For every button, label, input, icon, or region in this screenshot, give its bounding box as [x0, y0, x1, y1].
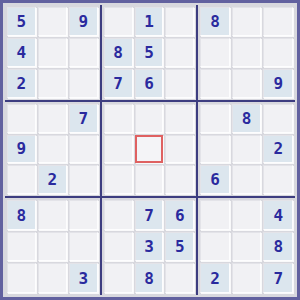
- sudoku-box-8: 76358: [102, 198, 199, 295]
- sudoku-cell-r7c7[interactable]: [200, 200, 230, 230]
- sudoku-cell-r8c9[interactable]: 8: [263, 232, 293, 262]
- sudoku-cell-r4c2[interactable]: [38, 104, 67, 133]
- sudoku-cell-r3c8[interactable]: [232, 69, 262, 98]
- sudoku-cell-r5c4[interactable]: [104, 135, 133, 164]
- sudoku-cell-r5c2[interactable]: [38, 135, 67, 164]
- sudoku-cell-r9c2[interactable]: [38, 263, 67, 293]
- sudoku-cell-r1c4[interactable]: [104, 7, 133, 36]
- sudoku-board: 5942 18576 89 792 826 83 76358 4827: [0, 0, 300, 300]
- sudoku-cell-r6c7[interactable]: 6: [200, 165, 230, 194]
- sudoku-cell-r8c7[interactable]: [200, 232, 230, 262]
- sudoku-cell-r3c5[interactable]: 6: [135, 69, 164, 98]
- sudoku-cell-r6c6[interactable]: [165, 165, 194, 194]
- sudoku-cell-r7c6[interactable]: 6: [165, 200, 194, 230]
- sudoku-box-3: 89: [198, 5, 295, 102]
- sudoku-box-5: [102, 102, 199, 199]
- sudoku-cell-r4c1[interactable]: [7, 104, 36, 133]
- sudoku-cell-r9c5[interactable]: 8: [135, 263, 164, 293]
- sudoku-cell-r8c2[interactable]: [38, 232, 67, 262]
- sudoku-cell-r1c6[interactable]: [165, 7, 194, 36]
- sudoku-cell-r6c5[interactable]: [135, 165, 164, 194]
- sudoku-cell-r8c1[interactable]: [7, 232, 36, 262]
- sudoku-cell-r2c8[interactable]: [232, 38, 262, 67]
- sudoku-cell-r4c7[interactable]: [200, 104, 230, 133]
- sudoku-cell-r5c6[interactable]: [165, 135, 194, 164]
- sudoku-cell-r3c3[interactable]: [69, 69, 98, 98]
- sudoku-cell-r5c7[interactable]: [200, 135, 230, 164]
- sudoku-cell-r6c8[interactable]: [232, 165, 262, 194]
- sudoku-cell-r1c9[interactable]: [263, 7, 293, 36]
- sudoku-cell-r1c5[interactable]: 1: [135, 7, 164, 36]
- sudoku-box-4: 792: [5, 102, 102, 199]
- sudoku-cell-r5c9[interactable]: 2: [263, 135, 293, 164]
- sudoku-cell-r4c5[interactable]: [135, 104, 164, 133]
- sudoku-cell-r7c2[interactable]: [38, 200, 67, 230]
- sudoku-cell-r9c4[interactable]: [104, 263, 133, 293]
- sudoku-box-7: 83: [5, 198, 102, 295]
- sudoku-cell-r2c6[interactable]: [165, 38, 194, 67]
- sudoku-cell-r2c9[interactable]: [263, 38, 293, 67]
- sudoku-cell-r1c7[interactable]: 8: [200, 7, 230, 36]
- sudoku-cell-r4c4[interactable]: [104, 104, 133, 133]
- sudoku-box-1: 5942: [5, 5, 102, 102]
- sudoku-cell-r3c1[interactable]: 2: [7, 69, 36, 98]
- sudoku-cell-r4c9[interactable]: [263, 104, 293, 133]
- sudoku-cell-r7c8[interactable]: [232, 200, 262, 230]
- sudoku-cell-r5c8[interactable]: [232, 135, 262, 164]
- sudoku-cell-r3c7[interactable]: [200, 69, 230, 98]
- sudoku-cell-r2c1[interactable]: 4: [7, 38, 36, 67]
- sudoku-cell-r5c3[interactable]: [69, 135, 98, 164]
- sudoku-box-9: 4827: [198, 198, 295, 295]
- sudoku-cell-r2c2[interactable]: [38, 38, 67, 67]
- sudoku-cell-r4c8[interactable]: 8: [232, 104, 262, 133]
- sudoku-cell-r6c2[interactable]: 2: [38, 165, 67, 194]
- sudoku-cell-r9c3[interactable]: 3: [69, 263, 98, 293]
- sudoku-cell-r5c1[interactable]: 9: [7, 135, 36, 164]
- sudoku-cell-r9c6[interactable]: [165, 263, 194, 293]
- sudoku-cell-r4c6[interactable]: [165, 104, 194, 133]
- sudoku-cell-r7c3[interactable]: [69, 200, 98, 230]
- sudoku-cell-r4c3[interactable]: 7: [69, 104, 98, 133]
- sudoku-cell-r3c4[interactable]: 7: [104, 69, 133, 98]
- sudoku-cell-r3c6[interactable]: [165, 69, 194, 98]
- sudoku-cell-r6c4[interactable]: [104, 165, 133, 194]
- sudoku-cell-r9c9[interactable]: 7: [263, 263, 293, 293]
- sudoku-cell-r1c3[interactable]: 9: [69, 7, 98, 36]
- sudoku-cell-r2c7[interactable]: [200, 38, 230, 67]
- sudoku-cell-r1c1[interactable]: 5: [7, 7, 36, 36]
- sudoku-cell-r3c9[interactable]: 9: [263, 69, 293, 98]
- sudoku-cell-r6c3[interactable]: [69, 165, 98, 194]
- sudoku-cell-r2c5[interactable]: 5: [135, 38, 164, 67]
- sudoku-cell-r9c8[interactable]: [232, 263, 262, 293]
- sudoku-cell-r6c9[interactable]: [263, 165, 293, 194]
- sudoku-cell-r8c4[interactable]: [104, 232, 133, 262]
- sudoku-cell-r8c8[interactable]: [232, 232, 262, 262]
- sudoku-cell-r7c9[interactable]: 4: [263, 200, 293, 230]
- sudoku-box-6: 826: [198, 102, 295, 199]
- sudoku-cell-r2c4[interactable]: 8: [104, 38, 133, 67]
- sudoku-cell-r1c8[interactable]: [232, 7, 262, 36]
- sudoku-box-2: 18576: [102, 5, 199, 102]
- sudoku-cell-r1c2[interactable]: [38, 7, 67, 36]
- sudoku-cell-r2c3[interactable]: [69, 38, 98, 67]
- sudoku-cell-r6c1[interactable]: [7, 165, 36, 194]
- sudoku-cell-r8c6[interactable]: 5: [165, 232, 194, 262]
- sudoku-cell-r7c4[interactable]: [104, 200, 133, 230]
- sudoku-cell-r9c7[interactable]: 2: [200, 263, 230, 293]
- sudoku-cell-r9c1[interactable]: [7, 263, 36, 293]
- sudoku-cell-r3c2[interactable]: [38, 69, 67, 98]
- sudoku-cell-r7c1[interactable]: 8: [7, 200, 36, 230]
- sudoku-cell-r7c5[interactable]: 7: [135, 200, 164, 230]
- sudoku-cell-r8c5[interactable]: 3: [135, 232, 164, 262]
- sudoku-cell-r5c5[interactable]: [135, 135, 164, 164]
- sudoku-cell-r8c3[interactable]: [69, 232, 98, 262]
